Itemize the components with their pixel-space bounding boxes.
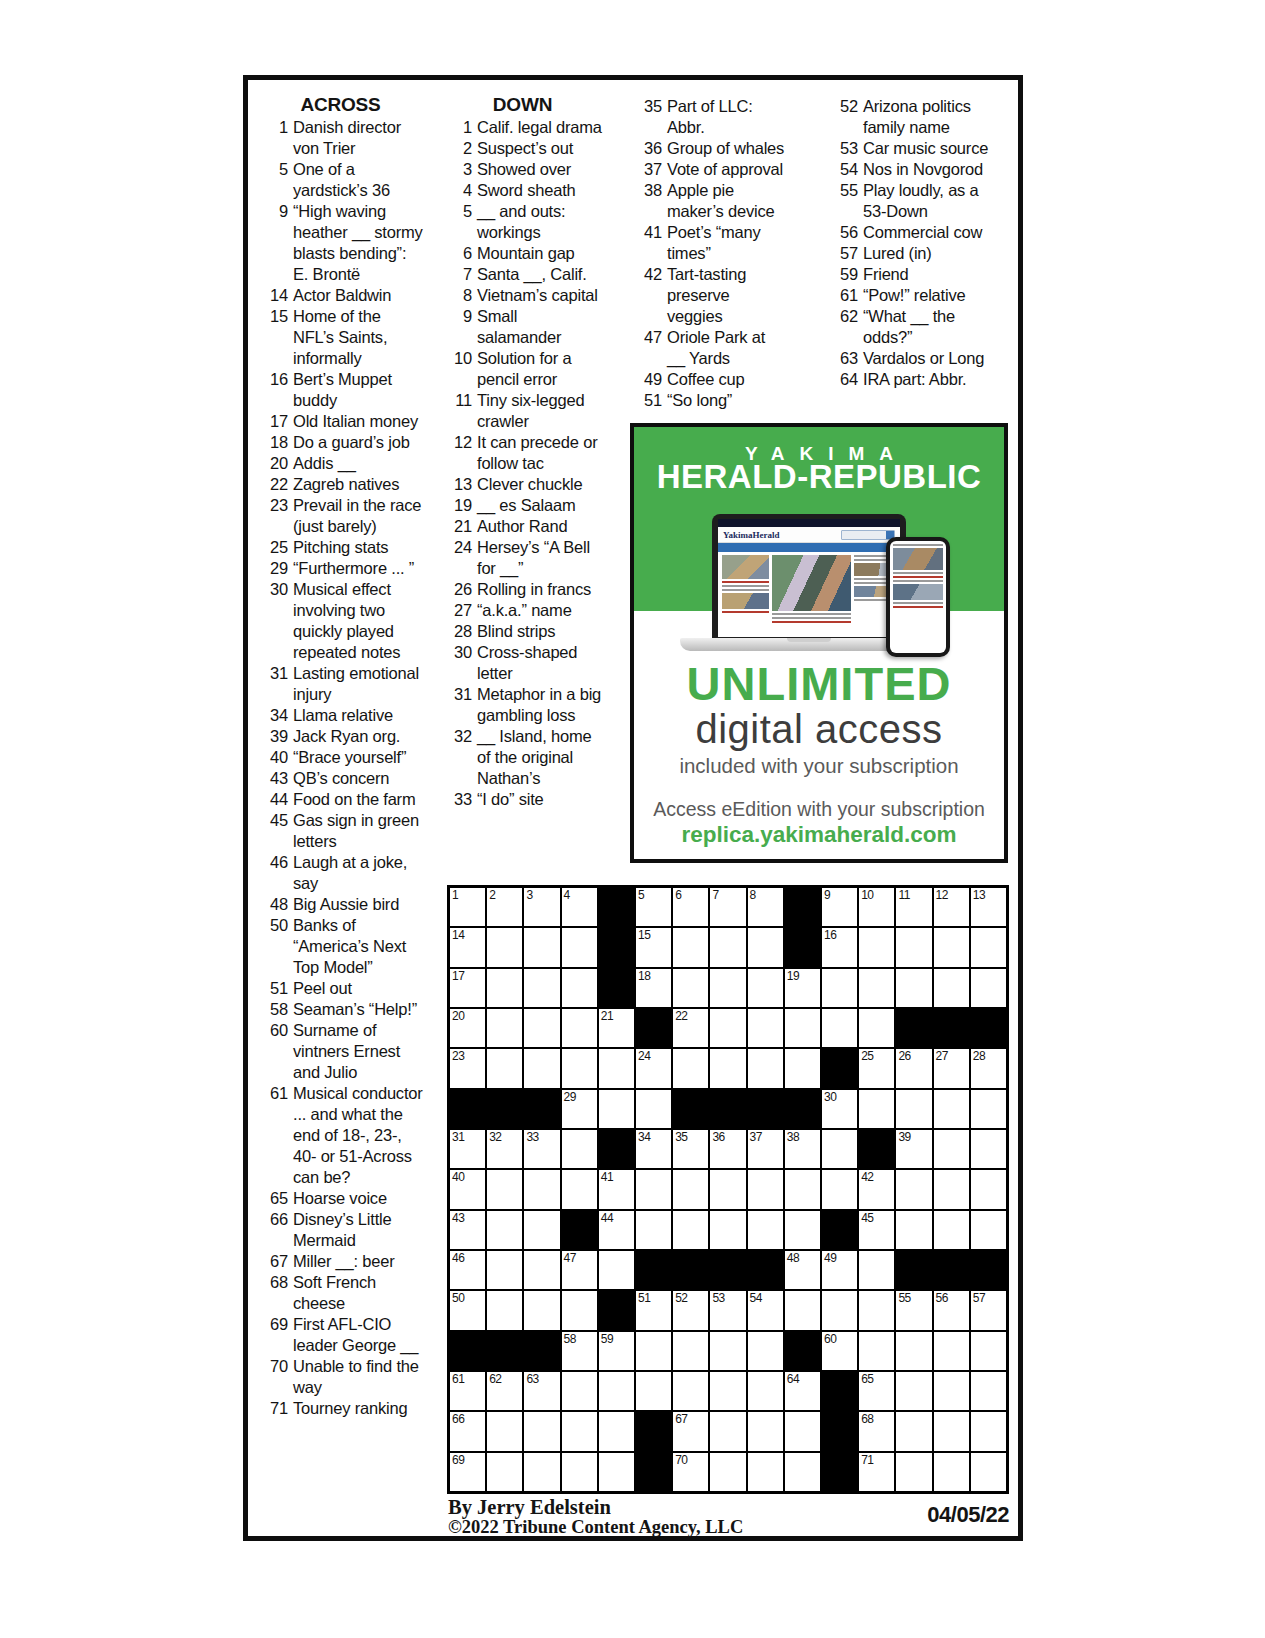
grid-cell-r7c11[interactable] bbox=[822, 1130, 857, 1168]
clue-number: 58 bbox=[257, 999, 288, 1020]
grid-cell-r1c2[interactable]: 2 bbox=[487, 888, 522, 926]
clue-item: 39Jack Ryan org. bbox=[257, 726, 424, 747]
clue-number: 67 bbox=[257, 1251, 288, 1272]
clue-text: Unable to find the way bbox=[293, 1356, 423, 1398]
ad-headline: UNLIMITED bbox=[634, 660, 1004, 707]
grid-cell-r1c6[interactable]: 5 bbox=[636, 888, 671, 926]
clue-number: 14 bbox=[257, 285, 288, 306]
grid-cell-r1c8[interactable]: 7 bbox=[710, 888, 745, 926]
cell-number: 11 bbox=[898, 888, 909, 902]
grid-cell-r14c12[interactable]: 68 bbox=[859, 1412, 894, 1450]
clue-number: 69 bbox=[257, 1314, 288, 1356]
clue-text: Llama relative bbox=[293, 705, 423, 726]
grid-cell-r9c8[interactable] bbox=[710, 1211, 745, 1249]
clue-number: 38 bbox=[631, 180, 662, 222]
cell-number: 14 bbox=[452, 928, 464, 942]
grid-cell-r3c4[interactable] bbox=[562, 969, 597, 1007]
search-box-icon bbox=[841, 530, 895, 540]
cell-number: 45 bbox=[861, 1211, 873, 1225]
clue-text: Vote of approval bbox=[667, 159, 787, 180]
grid-cell-r2c8[interactable] bbox=[710, 928, 745, 966]
black-cell bbox=[599, 928, 634, 966]
clue-number: 36 bbox=[631, 138, 662, 159]
grid-cell-r4c4[interactable] bbox=[562, 1009, 597, 1047]
grid-cell-r7c13[interactable]: 39 bbox=[896, 1130, 931, 1168]
grid-cell-r3c7[interactable] bbox=[673, 969, 708, 1007]
clue-text: Solution for a pencil error bbox=[477, 348, 603, 390]
news-photo bbox=[893, 584, 943, 600]
grid-cell-r1c13[interactable]: 11 bbox=[896, 888, 931, 926]
grid-cell-r9c14[interactable] bbox=[934, 1211, 969, 1249]
grid-cell-r3c15[interactable] bbox=[971, 969, 1006, 1007]
down-clues-column-1: DOWN 1Calif. legal drama2Suspect’s out3S… bbox=[441, 94, 604, 810]
grid-cell-r8c2[interactable] bbox=[487, 1170, 522, 1208]
grid-cell-r5c8[interactable] bbox=[710, 1049, 745, 1087]
grid-cell-r6c15[interactable] bbox=[971, 1090, 1006, 1128]
grid-cell-r5c4[interactable] bbox=[562, 1049, 597, 1087]
grid-cell-r8c15[interactable] bbox=[971, 1170, 1006, 1208]
grid-cell-r13c4[interactable] bbox=[562, 1372, 597, 1410]
grid-cell-r13c14[interactable] bbox=[934, 1372, 969, 1410]
clue-number: 56 bbox=[827, 222, 858, 243]
grid-cell-r9c3[interactable] bbox=[524, 1211, 559, 1249]
grid-cell-r3c14[interactable] bbox=[934, 969, 969, 1007]
grid-cell-r9c12[interactable]: 45 bbox=[859, 1211, 894, 1249]
grid-cell-r12c9[interactable] bbox=[748, 1332, 783, 1370]
grid-cell-r9c7[interactable] bbox=[673, 1211, 708, 1249]
grid-cell-r12c5[interactable]: 59 bbox=[599, 1332, 634, 1370]
clue-item: 9“High waving heather __ stormy blasts b… bbox=[257, 201, 424, 285]
grid-cell-r13c1[interactable]: 61 bbox=[450, 1372, 485, 1410]
grid-cell-r8c14[interactable] bbox=[934, 1170, 969, 1208]
grid-cell-r1c9[interactable]: 8 bbox=[748, 888, 783, 926]
grid-cell-r7c8[interactable]: 36 bbox=[710, 1130, 745, 1168]
grid-cell-r8c1[interactable]: 40 bbox=[450, 1170, 485, 1208]
clue-text: Actor Baldwin bbox=[293, 285, 423, 306]
grid-cell-r12c11[interactable]: 60 bbox=[822, 1332, 857, 1370]
clue-text: Blind strips bbox=[477, 621, 603, 642]
grid-cell-r8c6[interactable] bbox=[636, 1170, 671, 1208]
clue-item: 45Gas sign in green letters bbox=[257, 810, 424, 852]
grid-cell-r7c7[interactable]: 35 bbox=[673, 1130, 708, 1168]
grid-cell-r10c12[interactable] bbox=[859, 1251, 894, 1289]
clue-item: 64IRA part: Abbr. bbox=[827, 369, 990, 390]
grid-cell-r4c5[interactable]: 21 bbox=[599, 1009, 634, 1047]
grid-cell-r4c11[interactable] bbox=[822, 1009, 857, 1047]
grid-cell-r5c6[interactable]: 24 bbox=[636, 1049, 671, 1087]
grid-cell-r7c15[interactable] bbox=[971, 1130, 1006, 1168]
clue-text: Seaman’s “Help!” bbox=[293, 999, 423, 1020]
clue-text: “a.k.a.” name bbox=[477, 600, 603, 621]
grid-cell-r10c11[interactable]: 49 bbox=[822, 1251, 857, 1289]
grid-cell-r2c15[interactable] bbox=[971, 928, 1006, 966]
grid-cell-r3c12[interactable] bbox=[859, 969, 894, 1007]
grid-cell-r10c5[interactable] bbox=[599, 1251, 634, 1289]
grid-cell-r4c9[interactable] bbox=[748, 1009, 783, 1047]
grid-cell-r15c15[interactable] bbox=[971, 1453, 1006, 1491]
grid-cell-r15c10[interactable] bbox=[785, 1453, 820, 1491]
clue-item: 46Laugh at a joke, say bbox=[257, 852, 424, 894]
grid-cell-r2c13[interactable] bbox=[896, 928, 931, 966]
grid-cell-r15c12[interactable]: 71 bbox=[859, 1453, 894, 1491]
grid-cell-r4c7[interactable]: 22 bbox=[673, 1009, 708, 1047]
clue-number: 9 bbox=[257, 201, 288, 285]
clue-item: 1Danish director von Trier bbox=[257, 117, 424, 159]
grid-cell-r14c8[interactable] bbox=[710, 1412, 745, 1450]
grid-cell-r8c10[interactable] bbox=[785, 1170, 820, 1208]
grid-cell-r12c4[interactable]: 58 bbox=[562, 1332, 597, 1370]
black-cell bbox=[859, 1130, 894, 1168]
clue-text: Do a guard’s job bbox=[293, 432, 423, 453]
grid-cell-r8c13[interactable] bbox=[896, 1170, 931, 1208]
grid-cell-r10c1[interactable]: 46 bbox=[450, 1251, 485, 1289]
grid-cell-r13c2[interactable]: 62 bbox=[487, 1372, 522, 1410]
cell-number: 69 bbox=[452, 1453, 464, 1467]
grid-cell-r2c11[interactable]: 16 bbox=[822, 928, 857, 966]
grid-cell-r9c6[interactable] bbox=[636, 1211, 671, 1249]
clue-item: 10Solution for a pencil error bbox=[441, 348, 604, 390]
grid-cell-r3c11[interactable] bbox=[822, 969, 857, 1007]
grid-cell-r3c8[interactable] bbox=[710, 969, 745, 1007]
clue-number: 20 bbox=[257, 453, 288, 474]
grid-cell-r12c6[interactable] bbox=[636, 1332, 671, 1370]
grid-cell-r12c13[interactable] bbox=[896, 1332, 931, 1370]
clue-number: 53 bbox=[827, 138, 858, 159]
grid-cell-r1c7[interactable]: 6 bbox=[673, 888, 708, 926]
grid-cell-r7c14[interactable] bbox=[934, 1130, 969, 1168]
grid-cell-r15c9[interactable] bbox=[748, 1453, 783, 1491]
grid-cell-r1c4[interactable]: 4 bbox=[562, 888, 597, 926]
grid-cell-r7c1[interactable]: 31 bbox=[450, 1130, 485, 1168]
grid-cell-r11c10[interactable] bbox=[785, 1291, 820, 1329]
grid-cell-r13c15[interactable] bbox=[971, 1372, 1006, 1410]
cell-number: 30 bbox=[824, 1090, 836, 1104]
grid-cell-r15c14[interactable] bbox=[934, 1453, 969, 1491]
clue-item: 35Part of LLC: Abbr. bbox=[631, 96, 788, 138]
grid-cell-r13c7[interactable] bbox=[673, 1372, 708, 1410]
grid-cell-r11c9[interactable]: 54 bbox=[748, 1291, 783, 1329]
clue-text: “I do” site bbox=[477, 789, 603, 810]
grid-cell-r11c15[interactable]: 57 bbox=[971, 1291, 1006, 1329]
grid-cell-r9c2[interactable] bbox=[487, 1211, 522, 1249]
grid-cell-r15c8[interactable] bbox=[710, 1453, 745, 1491]
grid-cell-r13c8[interactable] bbox=[710, 1372, 745, 1410]
black-cell bbox=[971, 1251, 1006, 1289]
grid-cell-r12c7[interactable] bbox=[673, 1332, 708, 1370]
cell-number: 71 bbox=[861, 1453, 873, 1467]
crossword-grid: 1234567891011121314151617181920212223242… bbox=[447, 885, 1009, 1494]
grid-cell-r9c10[interactable] bbox=[785, 1211, 820, 1249]
grid-cell-r15c5[interactable] bbox=[599, 1453, 634, 1491]
grid-cell-r11c8[interactable]: 53 bbox=[710, 1291, 745, 1329]
grid-cell-r8c11[interactable] bbox=[822, 1170, 857, 1208]
black-cell bbox=[748, 1090, 783, 1128]
grid-cell-r14c3[interactable] bbox=[524, 1412, 559, 1450]
grid-cell-r15c4[interactable] bbox=[562, 1453, 597, 1491]
grid-cell-r2c4[interactable] bbox=[562, 928, 597, 966]
grid-cell-r5c14[interactable]: 27 bbox=[934, 1049, 969, 1087]
grid-cell-r14c9[interactable] bbox=[748, 1412, 783, 1450]
grid-cell-r6c11[interactable]: 30 bbox=[822, 1090, 857, 1128]
clue-item: 36Group of whales bbox=[631, 138, 788, 159]
clue-item: 25Pitching stats bbox=[257, 537, 424, 558]
clue-item: 58Seaman’s “Help!” bbox=[257, 999, 424, 1020]
clue-item: 26Rolling in francs bbox=[441, 579, 604, 600]
grid-cell-r10c3[interactable] bbox=[524, 1251, 559, 1289]
grid-cell-r7c4[interactable] bbox=[562, 1130, 597, 1168]
grid-cell-r8c4[interactable] bbox=[562, 1170, 597, 1208]
clue-number: 62 bbox=[827, 306, 858, 348]
clue-item: 5__ and outs: workings bbox=[441, 201, 604, 243]
grid-cell-r15c1[interactable]: 69 bbox=[450, 1453, 485, 1491]
clue-item: 66Disney’s Little Mermaid bbox=[257, 1209, 424, 1251]
ad-subheadline: digital access bbox=[634, 708, 1004, 750]
cell-number: 24 bbox=[638, 1049, 650, 1063]
grid-cell-r6c12[interactable] bbox=[859, 1090, 894, 1128]
clue-text: First AFL-CIO leader George __ bbox=[293, 1314, 423, 1356]
grid-cell-r2c6[interactable]: 15 bbox=[636, 928, 671, 966]
grid-cell-r4c12[interactable] bbox=[859, 1009, 894, 1047]
grid-cell-r8c9[interactable] bbox=[748, 1170, 783, 1208]
grid-cell-r4c2[interactable] bbox=[487, 1009, 522, 1047]
cell-number: 2 bbox=[489, 888, 495, 902]
grid-cell-r11c3[interactable] bbox=[524, 1291, 559, 1329]
black-cell bbox=[785, 928, 820, 966]
cell-number: 64 bbox=[787, 1372, 799, 1386]
black-cell bbox=[450, 1090, 485, 1128]
cell-number: 38 bbox=[787, 1130, 799, 1144]
clue-number: 2 bbox=[441, 138, 472, 159]
clue-item: 14Actor Baldwin bbox=[257, 285, 424, 306]
grid-cell-r8c8[interactable] bbox=[710, 1170, 745, 1208]
grid-cell-r7c9[interactable]: 37 bbox=[748, 1130, 783, 1168]
grid-cell-r3c10[interactable]: 19 bbox=[785, 969, 820, 1007]
grid-cell-r14c5[interactable] bbox=[599, 1412, 634, 1450]
grid-cell-r6c13[interactable] bbox=[896, 1090, 931, 1128]
clue-number: 57 bbox=[827, 243, 858, 264]
grid-cell-r5c2[interactable] bbox=[487, 1049, 522, 1087]
grid-cell-r1c11[interactable]: 9 bbox=[822, 888, 857, 926]
grid-cell-r11c7[interactable]: 52 bbox=[673, 1291, 708, 1329]
clue-number: 60 bbox=[257, 1020, 288, 1083]
grid-cell-r2c2[interactable] bbox=[487, 928, 522, 966]
grid-cell-r1c15[interactable]: 13 bbox=[971, 888, 1006, 926]
cell-number: 49 bbox=[824, 1251, 836, 1265]
clue-item: 65Hoarse voice bbox=[257, 1188, 424, 1209]
clue-item: 54Nos in Novgorod bbox=[827, 159, 990, 180]
grid-cell-r5c7[interactable] bbox=[673, 1049, 708, 1087]
clue-text: Oriole Park at __ Yards bbox=[667, 327, 787, 369]
grid-cell-r7c3[interactable]: 33 bbox=[524, 1130, 559, 1168]
grid-cell-r13c9[interactable] bbox=[748, 1372, 783, 1410]
grid-cell-r2c14[interactable] bbox=[934, 928, 969, 966]
grid-cell-r2c1[interactable]: 14 bbox=[450, 928, 485, 966]
grid-cell-r3c3[interactable] bbox=[524, 969, 559, 1007]
grid-cell-r10c10[interactable]: 48 bbox=[785, 1251, 820, 1289]
grid-cell-r2c7[interactable] bbox=[673, 928, 708, 966]
grid-cell-r1c1[interactable]: 1 bbox=[450, 888, 485, 926]
grid-cell-r3c1[interactable]: 17 bbox=[450, 969, 485, 1007]
grid-cell-r1c3[interactable]: 3 bbox=[524, 888, 559, 926]
clue-item: 37Vote of approval bbox=[631, 159, 788, 180]
grid-cell-r7c10[interactable]: 38 bbox=[785, 1130, 820, 1168]
grid-cell-r10c4[interactable]: 47 bbox=[562, 1251, 597, 1289]
grid-cell-r5c12[interactable]: 25 bbox=[859, 1049, 894, 1087]
grid-cell-r5c15[interactable]: 28 bbox=[971, 1049, 1006, 1087]
grid-cell-r4c3[interactable] bbox=[524, 1009, 559, 1047]
grid-cell-r5c1[interactable]: 23 bbox=[450, 1049, 485, 1087]
grid-cell-r6c5[interactable] bbox=[599, 1090, 634, 1128]
grid-cell-r11c6[interactable]: 51 bbox=[636, 1291, 671, 1329]
grid-cell-r15c13[interactable] bbox=[896, 1453, 931, 1491]
grid-cell-r11c14[interactable]: 56 bbox=[934, 1291, 969, 1329]
clue-item: 17Old Italian money bbox=[257, 411, 424, 432]
grid-cell-r10c2[interactable] bbox=[487, 1251, 522, 1289]
clue-number: 52 bbox=[827, 96, 858, 138]
grid-cell-r14c13[interactable] bbox=[896, 1412, 931, 1450]
cell-number: 6 bbox=[675, 888, 681, 902]
grid-cell-r11c12[interactable] bbox=[859, 1291, 894, 1329]
grid-cell-r15c2[interactable] bbox=[487, 1453, 522, 1491]
grid-cell-r14c10[interactable] bbox=[785, 1412, 820, 1450]
grid-cell-r15c3[interactable] bbox=[524, 1453, 559, 1491]
grid-cell-r13c5[interactable] bbox=[599, 1372, 634, 1410]
grid-cell-r6c14[interactable] bbox=[934, 1090, 969, 1128]
grid-cell-r12c14[interactable] bbox=[934, 1332, 969, 1370]
cell-number: 60 bbox=[824, 1332, 836, 1346]
grid-cell-r2c12[interactable] bbox=[859, 928, 894, 966]
grid-cell-r9c5[interactable]: 44 bbox=[599, 1211, 634, 1249]
cell-number: 28 bbox=[973, 1049, 985, 1063]
grid-cell-r8c7[interactable] bbox=[673, 1170, 708, 1208]
grid-cell-r8c3[interactable] bbox=[524, 1170, 559, 1208]
grid-cell-r9c13[interactable] bbox=[896, 1211, 931, 1249]
clue-item: 3Showed over bbox=[441, 159, 604, 180]
grid-cell-r3c9[interactable] bbox=[748, 969, 783, 1007]
grid-cell-r14c14[interactable] bbox=[934, 1412, 969, 1450]
grid-cell-r11c11[interactable] bbox=[822, 1291, 857, 1329]
grid-cell-r9c1[interactable]: 43 bbox=[450, 1211, 485, 1249]
black-cell bbox=[971, 1009, 1006, 1047]
laptop-mockup: YakimaHerald bbox=[712, 514, 906, 640]
grid-cell-r12c8[interactable] bbox=[710, 1332, 745, 1370]
clue-text: Sword sheath bbox=[477, 180, 603, 201]
grid-cell-r13c13[interactable] bbox=[896, 1372, 931, 1410]
clue-text: Suspect’s out bbox=[477, 138, 603, 159]
cell-number: 62 bbox=[489, 1372, 501, 1386]
grid-cell-r14c1[interactable]: 66 bbox=[450, 1412, 485, 1450]
grid-cell-r2c9[interactable] bbox=[748, 928, 783, 966]
grid-cell-r5c5[interactable] bbox=[599, 1049, 634, 1087]
site-nav-bar bbox=[718, 543, 900, 552]
clue-number: 11 bbox=[441, 390, 472, 432]
grid-cell-r13c6[interactable] bbox=[636, 1372, 671, 1410]
grid-cell-r3c13[interactable] bbox=[896, 969, 931, 1007]
grid-cell-r11c4[interactable] bbox=[562, 1291, 597, 1329]
clue-text: Hoarse voice bbox=[293, 1188, 423, 1209]
black-cell bbox=[636, 1412, 671, 1450]
clue-number: 15 bbox=[257, 306, 288, 369]
grid-cell-r2c3[interactable] bbox=[524, 928, 559, 966]
clue-text: Disney’s Little Mermaid bbox=[293, 1209, 423, 1251]
grid-cell-r1c14[interactable]: 12 bbox=[934, 888, 969, 926]
clue-item: 61“Pow!” relative bbox=[827, 285, 990, 306]
cell-number: 4 bbox=[564, 888, 570, 902]
cell-number: 46 bbox=[452, 1251, 464, 1265]
grid-cell-r7c2[interactable]: 32 bbox=[487, 1130, 522, 1168]
grid-cell-r14c4[interactable] bbox=[562, 1412, 597, 1450]
grid-cell-r4c1[interactable]: 20 bbox=[450, 1009, 485, 1047]
grid-cell-r6c4[interactable]: 29 bbox=[562, 1090, 597, 1128]
clue-item: 42Tart-tasting preserve veggies bbox=[631, 264, 788, 327]
grid-cell-r13c3[interactable]: 63 bbox=[524, 1372, 559, 1410]
grid-cell-r5c9[interactable] bbox=[748, 1049, 783, 1087]
cell-number: 23 bbox=[452, 1049, 464, 1063]
cell-number: 40 bbox=[452, 1170, 464, 1184]
grid-cell-r5c10[interactable] bbox=[785, 1049, 820, 1087]
clue-item: 41Poet’s “many times” bbox=[631, 222, 788, 264]
grid-cell-r11c13[interactable]: 55 bbox=[896, 1291, 931, 1329]
grid-cell-r11c2[interactable] bbox=[487, 1291, 522, 1329]
clue-text: It can precede or follow tac bbox=[477, 432, 603, 474]
grid-cell-r5c13[interactable]: 26 bbox=[896, 1049, 931, 1087]
grid-cell-r5c3[interactable] bbox=[524, 1049, 559, 1087]
grid-cell-r8c5[interactable]: 41 bbox=[599, 1170, 634, 1208]
grid-cell-r7c6[interactable]: 34 bbox=[636, 1130, 671, 1168]
grid-cell-r9c9[interactable] bbox=[748, 1211, 783, 1249]
grid-cell-r3c6[interactable]: 18 bbox=[636, 969, 671, 1007]
grid-cell-r9c15[interactable] bbox=[971, 1211, 1006, 1249]
grid-cell-r4c10[interactable] bbox=[785, 1009, 820, 1047]
grid-cell-r14c15[interactable] bbox=[971, 1412, 1006, 1450]
grid-cell-r12c15[interactable] bbox=[971, 1332, 1006, 1370]
grid-cell-r12c12[interactable] bbox=[859, 1332, 894, 1370]
clue-text: Showed over bbox=[477, 159, 603, 180]
grid-cell-r14c2[interactable] bbox=[487, 1412, 522, 1450]
clue-item: 55Play loudly, as a 53-Down bbox=[827, 180, 990, 222]
clue-item: 2Suspect’s out bbox=[441, 138, 604, 159]
black-cell bbox=[562, 1211, 597, 1249]
clue-item: 12It can precede or follow tac bbox=[441, 432, 604, 474]
clue-item: 33“I do” site bbox=[441, 789, 604, 810]
clue-text: Cross-shaped letter bbox=[477, 642, 603, 684]
grid-cell-r13c10[interactable]: 64 bbox=[785, 1372, 820, 1410]
grid-cell-r6c6[interactable] bbox=[636, 1090, 671, 1128]
black-cell bbox=[599, 969, 634, 1007]
clue-item: 69First AFL-CIO leader George __ bbox=[257, 1314, 424, 1356]
cell-number: 7 bbox=[712, 888, 718, 902]
grid-cell-r1c12[interactable]: 10 bbox=[859, 888, 894, 926]
grid-cell-r14c7[interactable]: 67 bbox=[673, 1412, 708, 1450]
cell-number: 29 bbox=[564, 1090, 576, 1104]
grid-cell-r15c7[interactable]: 70 bbox=[673, 1453, 708, 1491]
grid-cell-r4c8[interactable] bbox=[710, 1009, 745, 1047]
clue-number: 32 bbox=[441, 726, 472, 789]
grid-cell-r13c12[interactable]: 65 bbox=[859, 1372, 894, 1410]
cell-number: 18 bbox=[638, 969, 650, 983]
across-clues-column: ACROSS 1Danish director von Trier5One of… bbox=[257, 94, 424, 1419]
clue-text: “What __ the odds?” bbox=[863, 306, 989, 348]
clue-text: Old Italian money bbox=[293, 411, 423, 432]
clue-number: 5 bbox=[441, 201, 472, 243]
clue-number: 48 bbox=[257, 894, 288, 915]
clue-text: “High waving heather __ stormy blasts be… bbox=[293, 201, 423, 285]
clue-number: 64 bbox=[827, 369, 858, 390]
grid-cell-r3c2[interactable] bbox=[487, 969, 522, 1007]
grid-cell-r11c1[interactable]: 50 bbox=[450, 1291, 485, 1329]
clue-item: 16Bert’s Muppet buddy bbox=[257, 369, 424, 411]
grid-cell-r8c12[interactable]: 42 bbox=[859, 1170, 894, 1208]
